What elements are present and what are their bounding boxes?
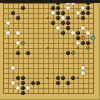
black-stone xyxy=(21,91,26,96)
star-point xyxy=(47,17,49,19)
star-point xyxy=(77,77,79,79)
star-point xyxy=(17,47,19,49)
teal-stone xyxy=(91,36,96,41)
window-edge-strip xyxy=(0,0,100,3)
go-board[interactable] xyxy=(0,0,100,100)
star-point xyxy=(47,77,49,79)
star-point xyxy=(77,47,79,49)
star-point xyxy=(77,17,79,19)
star-point xyxy=(47,47,49,49)
